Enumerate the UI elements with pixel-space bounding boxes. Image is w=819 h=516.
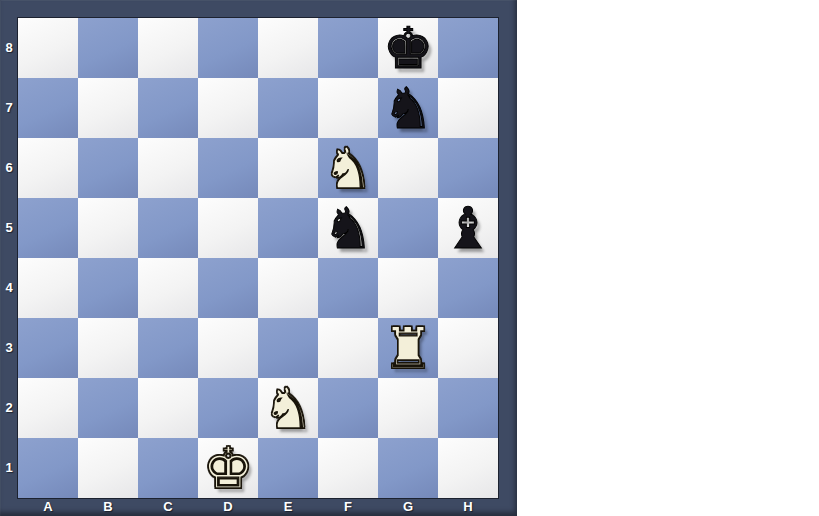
square-c4[interactable] <box>138 258 198 318</box>
square-f4[interactable] <box>318 258 378 318</box>
file-label-h: H <box>438 498 498 516</box>
square-h8[interactable] <box>438 18 498 78</box>
square-c8[interactable] <box>138 18 198 78</box>
rank-label-1: 1 <box>0 438 18 498</box>
square-b7[interactable] <box>78 78 138 138</box>
square-d5[interactable] <box>198 198 258 258</box>
square-g1[interactable] <box>378 438 438 498</box>
square-h5[interactable]: ♝ <box>438 198 498 258</box>
square-c1[interactable] <box>138 438 198 498</box>
square-b3[interactable] <box>78 318 138 378</box>
rank-label-4: 4 <box>0 258 18 318</box>
square-f7[interactable] <box>318 78 378 138</box>
square-b6[interactable] <box>78 138 138 198</box>
square-h3[interactable] <box>438 318 498 378</box>
square-g2[interactable] <box>378 378 438 438</box>
rank-label-6: 6 <box>0 138 18 198</box>
rank-label-2: 2 <box>0 378 18 438</box>
chess-board[interactable]: ♚♞♞♞♝♜♞♚ <box>18 18 498 498</box>
square-d7[interactable] <box>198 78 258 138</box>
rank-labels: 87654321 <box>0 18 18 498</box>
square-g6[interactable] <box>378 138 438 198</box>
square-g7[interactable]: ♞ <box>378 78 438 138</box>
square-h7[interactable] <box>438 78 498 138</box>
chess-board-widget: 87654321 ♚♞♞♞♝♜♞♚ ABCDEFGH <box>0 0 517 516</box>
square-f2[interactable] <box>318 378 378 438</box>
piece-white-knight[interactable]: ♞ <box>262 378 313 438</box>
square-c6[interactable] <box>138 138 198 198</box>
square-d1[interactable]: ♚ <box>198 438 258 498</box>
piece-white-king[interactable]: ♚ <box>202 438 253 498</box>
square-a1[interactable] <box>18 438 78 498</box>
square-c5[interactable] <box>138 198 198 258</box>
square-e8[interactable] <box>258 18 318 78</box>
piece-black-knight[interactable]: ♞ <box>382 78 433 138</box>
square-g4[interactable] <box>378 258 438 318</box>
rank-label-7: 7 <box>0 78 18 138</box>
square-a4[interactable] <box>18 258 78 318</box>
piece-black-bishop[interactable]: ♝ <box>442 198 493 258</box>
rank-label-5: 5 <box>0 198 18 258</box>
square-e7[interactable] <box>258 78 318 138</box>
file-label-c: C <box>138 498 198 516</box>
file-label-f: F <box>318 498 378 516</box>
square-a6[interactable] <box>18 138 78 198</box>
rank-label-8: 8 <box>0 18 18 78</box>
square-d4[interactable] <box>198 258 258 318</box>
square-g5[interactable] <box>378 198 438 258</box>
square-b1[interactable] <box>78 438 138 498</box>
square-b8[interactable] <box>78 18 138 78</box>
square-e1[interactable] <box>258 438 318 498</box>
square-f5[interactable]: ♞ <box>318 198 378 258</box>
square-e5[interactable] <box>258 198 318 258</box>
square-a5[interactable] <box>18 198 78 258</box>
square-e4[interactable] <box>258 258 318 318</box>
square-c3[interactable] <box>138 318 198 378</box>
file-label-d: D <box>198 498 258 516</box>
file-label-b: B <box>78 498 138 516</box>
square-d8[interactable] <box>198 18 258 78</box>
piece-black-knight[interactable]: ♞ <box>322 198 373 258</box>
piece-white-rook[interactable]: ♜ <box>382 318 433 378</box>
square-f3[interactable] <box>318 318 378 378</box>
square-b2[interactable] <box>78 378 138 438</box>
file-labels: ABCDEFGH <box>18 498 498 516</box>
square-f6[interactable]: ♞ <box>318 138 378 198</box>
square-b4[interactable] <box>78 258 138 318</box>
square-h6[interactable] <box>438 138 498 198</box>
square-b5[interactable] <box>78 198 138 258</box>
piece-black-king[interactable]: ♚ <box>382 18 433 78</box>
square-f8[interactable] <box>318 18 378 78</box>
file-label-a: A <box>18 498 78 516</box>
square-a7[interactable] <box>18 78 78 138</box>
square-g3[interactable]: ♜ <box>378 318 438 378</box>
square-f1[interactable] <box>318 438 378 498</box>
square-e6[interactable] <box>258 138 318 198</box>
square-c2[interactable] <box>138 378 198 438</box>
square-h2[interactable] <box>438 378 498 438</box>
square-e2[interactable]: ♞ <box>258 378 318 438</box>
square-a2[interactable] <box>18 378 78 438</box>
square-a8[interactable] <box>18 18 78 78</box>
square-h1[interactable] <box>438 438 498 498</box>
square-c7[interactable] <box>138 78 198 138</box>
square-d2[interactable] <box>198 378 258 438</box>
square-e3[interactable] <box>258 318 318 378</box>
file-label-e: E <box>258 498 318 516</box>
square-d6[interactable] <box>198 138 258 198</box>
square-g8[interactable]: ♚ <box>378 18 438 78</box>
rank-label-3: 3 <box>0 318 18 378</box>
file-label-g: G <box>378 498 438 516</box>
square-h4[interactable] <box>438 258 498 318</box>
square-a3[interactable] <box>18 318 78 378</box>
piece-white-knight[interactable]: ♞ <box>322 138 373 198</box>
square-d3[interactable] <box>198 318 258 378</box>
